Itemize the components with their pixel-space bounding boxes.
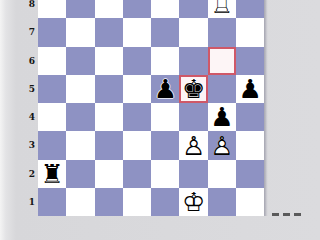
square-e3[interactable] [151, 131, 179, 159]
rank-label-1: 1 [0, 188, 36, 216]
square-a8[interactable] [38, 0, 66, 18]
square-a5[interactable] [38, 75, 66, 103]
square-f2[interactable] [179, 160, 207, 188]
white-king[interactable]: ♚♔ [182, 189, 205, 215]
square-g6[interactable] [208, 47, 236, 75]
square-e7[interactable] [151, 18, 179, 46]
square-a2[interactable]: ♜ [38, 160, 66, 188]
rank-label-4: 4 [0, 103, 36, 131]
square-b6[interactable] [66, 47, 94, 75]
white-pawn[interactable]: ♟♙ [182, 133, 205, 159]
square-c1[interactable] [95, 188, 123, 216]
square-d5[interactable] [123, 75, 151, 103]
square-e5[interactable]: ♟ [151, 75, 179, 103]
square-b1[interactable] [66, 188, 94, 216]
piece-outline: ♙ [182, 133, 205, 159]
square-g5[interactable] [208, 75, 236, 103]
square-a1[interactable] [38, 188, 66, 216]
square-h4[interactable] [236, 103, 264, 131]
square-c3[interactable] [95, 131, 123, 159]
square-f5[interactable]: ♚ [179, 75, 207, 103]
square-b2[interactable] [66, 160, 94, 188]
square-g3[interactable]: ♟♙ [208, 131, 236, 159]
rank-label-5: 5 [0, 75, 36, 103]
square-c7[interactable] [95, 18, 123, 46]
square-e1[interactable] [151, 188, 179, 216]
square-e8[interactable] [151, 0, 179, 18]
black-pawn[interactable]: ♟ [210, 104, 233, 130]
square-h6[interactable] [236, 47, 264, 75]
square-e4[interactable] [151, 103, 179, 131]
square-h1[interactable] [236, 188, 264, 216]
chess-board[interactable]: ♜♖♟♚♟♟♟♙♟♙♜♚♔ [38, 0, 264, 216]
square-c4[interactable] [95, 103, 123, 131]
square-g4[interactable]: ♟ [208, 103, 236, 131]
black-rook[interactable]: ♜ [40, 161, 63, 187]
rank-label-7: 7 [0, 18, 36, 46]
black-pawn[interactable]: ♟ [239, 76, 262, 102]
square-d1[interactable] [123, 188, 151, 216]
rank-label-3: 3 [0, 131, 36, 159]
square-h5[interactable]: ♟ [236, 75, 264, 103]
square-f6[interactable] [179, 47, 207, 75]
rank-label-6: 6 [0, 47, 36, 75]
rank-label-8: 8 [0, 0, 36, 18]
square-a4[interactable] [38, 103, 66, 131]
rank-labels: 87654321 [0, 0, 36, 216]
square-a3[interactable] [38, 131, 66, 159]
square-b5[interactable] [66, 75, 94, 103]
square-a6[interactable] [38, 47, 66, 75]
square-d4[interactable] [123, 103, 151, 131]
square-b3[interactable] [66, 131, 94, 159]
square-b7[interactable] [66, 18, 94, 46]
square-f8[interactable] [179, 0, 207, 18]
square-f4[interactable] [179, 103, 207, 131]
square-c5[interactable] [95, 75, 123, 103]
square-h3[interactable] [236, 131, 264, 159]
cropped-text-artifact [272, 213, 301, 216]
square-e2[interactable] [151, 160, 179, 188]
square-g2[interactable] [208, 160, 236, 188]
square-d7[interactable] [123, 18, 151, 46]
square-d2[interactable] [123, 160, 151, 188]
white-pawn[interactable]: ♟♙ [210, 133, 233, 159]
artifact-dash [283, 213, 290, 216]
square-a7[interactable] [38, 18, 66, 46]
square-h8[interactable] [236, 0, 264, 18]
square-g1[interactable] [208, 188, 236, 216]
square-b4[interactable] [66, 103, 94, 131]
square-c8[interactable] [95, 0, 123, 18]
square-f1[interactable]: ♚♔ [179, 188, 207, 216]
black-king[interactable]: ♚ [182, 76, 205, 102]
square-f3[interactable]: ♟♙ [179, 131, 207, 159]
black-pawn[interactable]: ♟ [154, 76, 177, 102]
square-c6[interactable] [95, 47, 123, 75]
white-rook[interactable]: ♜♖ [210, 0, 233, 17]
piece-outline: ♔ [182, 189, 205, 215]
square-g7[interactable] [208, 18, 236, 46]
square-e6[interactable] [151, 47, 179, 75]
artifact-dash [272, 213, 279, 216]
square-f7[interactable] [179, 18, 207, 46]
square-b8[interactable] [66, 0, 94, 18]
square-d3[interactable] [123, 131, 151, 159]
rank-label-2: 2 [0, 160, 36, 188]
square-d8[interactable] [123, 0, 151, 18]
square-h7[interactable] [236, 18, 264, 46]
square-g8[interactable]: ♜♖ [208, 0, 236, 18]
square-h2[interactable] [236, 160, 264, 188]
artifact-dash [294, 213, 301, 216]
piece-outline: ♖ [210, 0, 233, 17]
piece-outline: ♙ [210, 133, 233, 159]
square-d6[interactable] [123, 47, 151, 75]
square-c2[interactable] [95, 160, 123, 188]
